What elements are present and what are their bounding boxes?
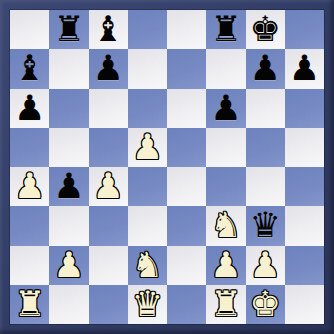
square-d1[interactable]: ♛: [128, 285, 167, 324]
square-a4[interactable]: ♟: [10, 167, 49, 206]
chess-app: ♜♝♜♚♝♟♟♟♟♟♟♟♟♟♞♛♟♞♟♟♜♛♜♚: [0, 0, 334, 334]
square-h4[interactable]: [285, 167, 324, 206]
chess-board: ♜♝♜♚♝♟♟♟♟♟♟♟♟♟♞♛♟♞♟♟♜♛♜♚: [10, 10, 324, 324]
square-e6[interactable]: [167, 89, 206, 128]
piece-black-bishop[interactable]: ♝: [10, 49, 49, 88]
square-e8[interactable]: [167, 10, 206, 49]
square-d6[interactable]: [128, 89, 167, 128]
square-f7[interactable]: [206, 49, 245, 88]
piece-black-pawn[interactable]: ♟: [10, 89, 49, 128]
square-g5[interactable]: [246, 128, 285, 167]
square-e2[interactable]: [167, 246, 206, 285]
piece-white-king[interactable]: ♚: [246, 285, 285, 324]
square-a7[interactable]: ♝: [10, 49, 49, 88]
square-f8[interactable]: ♜: [206, 10, 245, 49]
square-c1[interactable]: [89, 285, 128, 324]
square-c6[interactable]: [89, 89, 128, 128]
square-e3[interactable]: [167, 206, 206, 245]
square-f1[interactable]: ♜: [206, 285, 245, 324]
square-f6[interactable]: ♟: [206, 89, 245, 128]
piece-black-rook[interactable]: ♜: [49, 10, 88, 49]
piece-white-pawn[interactable]: ♟: [128, 128, 167, 167]
square-h7[interactable]: ♟: [285, 49, 324, 88]
square-e5[interactable]: [167, 128, 206, 167]
square-b6[interactable]: [49, 89, 88, 128]
square-c4[interactable]: ♟: [89, 167, 128, 206]
square-c3[interactable]: [89, 206, 128, 245]
piece-black-pawn[interactable]: ♟: [285, 49, 324, 88]
board-frame: ♜♝♜♚♝♟♟♟♟♟♟♟♟♟♞♛♟♞♟♟♜♛♜♚: [0, 0, 334, 334]
piece-white-rook[interactable]: ♜: [206, 285, 245, 324]
square-e4[interactable]: [167, 167, 206, 206]
square-b8[interactable]: ♜: [49, 10, 88, 49]
piece-white-rook[interactable]: ♜: [10, 285, 49, 324]
square-f4[interactable]: [206, 167, 245, 206]
square-b2[interactable]: ♟: [49, 246, 88, 285]
piece-black-king[interactable]: ♚: [246, 10, 285, 49]
square-d7[interactable]: [128, 49, 167, 88]
square-d2[interactable]: ♞: [128, 246, 167, 285]
piece-white-pawn[interactable]: ♟: [206, 246, 245, 285]
square-b5[interactable]: [49, 128, 88, 167]
square-h5[interactable]: [285, 128, 324, 167]
square-d3[interactable]: [128, 206, 167, 245]
piece-black-pawn[interactable]: ♟: [49, 167, 88, 206]
square-c5[interactable]: [89, 128, 128, 167]
piece-black-rook[interactable]: ♜: [206, 10, 245, 49]
piece-white-pawn[interactable]: ♟: [49, 246, 88, 285]
square-c7[interactable]: ♟: [89, 49, 128, 88]
piece-black-pawn[interactable]: ♟: [246, 49, 285, 88]
square-g8[interactable]: ♚: [246, 10, 285, 49]
square-g3[interactable]: ♛: [246, 206, 285, 245]
square-g2[interactable]: ♟: [246, 246, 285, 285]
square-c2[interactable]: [89, 246, 128, 285]
square-h6[interactable]: [285, 89, 324, 128]
square-f5[interactable]: [206, 128, 245, 167]
piece-white-knight[interactable]: ♞: [128, 246, 167, 285]
square-g6[interactable]: [246, 89, 285, 128]
square-b4[interactable]: ♟: [49, 167, 88, 206]
square-b1[interactable]: [49, 285, 88, 324]
piece-black-queen[interactable]: ♛: [246, 206, 285, 245]
piece-black-bishop[interactable]: ♝: [89, 10, 128, 49]
square-b3[interactable]: [49, 206, 88, 245]
square-c8[interactable]: ♝: [89, 10, 128, 49]
piece-white-pawn[interactable]: ♟: [10, 167, 49, 206]
square-h3[interactable]: [285, 206, 324, 245]
square-f3[interactable]: ♞: [206, 206, 245, 245]
square-e7[interactable]: [167, 49, 206, 88]
piece-black-pawn[interactable]: ♟: [89, 49, 128, 88]
square-e1[interactable]: [167, 285, 206, 324]
square-a5[interactable]: [10, 128, 49, 167]
square-g7[interactable]: ♟: [246, 49, 285, 88]
square-d5[interactable]: ♟: [128, 128, 167, 167]
square-a2[interactable]: [10, 246, 49, 285]
square-a3[interactable]: [10, 206, 49, 245]
square-a6[interactable]: ♟: [10, 89, 49, 128]
piece-white-pawn[interactable]: ♟: [246, 246, 285, 285]
square-h2[interactable]: [285, 246, 324, 285]
square-d8[interactable]: [128, 10, 167, 49]
square-f2[interactable]: ♟: [206, 246, 245, 285]
piece-white-queen[interactable]: ♛: [128, 285, 167, 324]
square-d4[interactable]: [128, 167, 167, 206]
piece-white-knight[interactable]: ♞: [206, 206, 245, 245]
square-h8[interactable]: [285, 10, 324, 49]
piece-black-pawn[interactable]: ♟: [206, 89, 245, 128]
piece-white-pawn[interactable]: ♟: [89, 167, 128, 206]
square-a1[interactable]: ♜: [10, 285, 49, 324]
square-b7[interactable]: [49, 49, 88, 88]
square-g1[interactable]: ♚: [246, 285, 285, 324]
square-g4[interactable]: [246, 167, 285, 206]
square-a8[interactable]: [10, 10, 49, 49]
square-h1[interactable]: [285, 285, 324, 324]
